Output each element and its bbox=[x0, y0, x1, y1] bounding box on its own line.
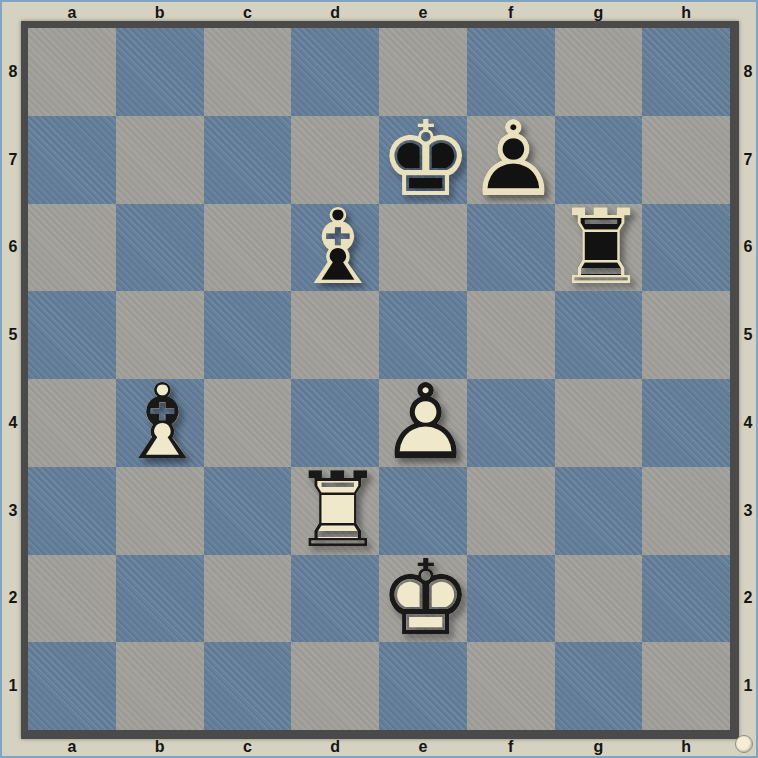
black-king[interactable]: ♚♔ bbox=[379, 116, 467, 204]
rank-labels-left: 87654321 bbox=[4, 28, 22, 730]
pawn-glyph-outline: ♙︎ bbox=[467, 116, 555, 204]
square-b6[interactable] bbox=[116, 204, 204, 292]
white-bishop[interactable]: ♝♗ bbox=[116, 379, 204, 467]
square-a1[interactable] bbox=[28, 642, 116, 730]
rook-glyph-outline: ♖ bbox=[291, 467, 379, 555]
file-label-f: f bbox=[467, 4, 555, 22]
square-f3[interactable] bbox=[467, 467, 555, 555]
file-label-e: e bbox=[379, 738, 467, 756]
square-b1[interactable] bbox=[116, 642, 204, 730]
square-c7[interactable] bbox=[204, 116, 292, 204]
square-e7[interactable]: ♚♔ bbox=[379, 116, 467, 204]
square-g4[interactable] bbox=[555, 379, 643, 467]
square-e1[interactable] bbox=[379, 642, 467, 730]
square-d1[interactable] bbox=[291, 642, 379, 730]
file-label-d: d bbox=[291, 738, 379, 756]
square-f1[interactable] bbox=[467, 642, 555, 730]
square-d6[interactable]: ♝♗ bbox=[291, 204, 379, 292]
square-a6[interactable] bbox=[28, 204, 116, 292]
rank-label-8: 8 bbox=[4, 28, 22, 116]
square-e2[interactable]: ♚♔ bbox=[379, 555, 467, 643]
square-a3[interactable] bbox=[28, 467, 116, 555]
square-b2[interactable] bbox=[116, 555, 204, 643]
file-label-f: f bbox=[467, 738, 555, 756]
rank-label-6: 6 bbox=[739, 204, 757, 292]
rank-label-1: 1 bbox=[4, 642, 22, 730]
square-a2[interactable] bbox=[28, 555, 116, 643]
king-glyph-outline: ♔ bbox=[379, 116, 467, 204]
square-h1[interactable] bbox=[642, 642, 730, 730]
bishop-glyph-outline: ♗ bbox=[291, 204, 379, 292]
rank-labels-right: 87654321 bbox=[739, 28, 757, 730]
square-h4[interactable] bbox=[642, 379, 730, 467]
square-c1[interactable] bbox=[204, 642, 292, 730]
square-f4[interactable] bbox=[467, 379, 555, 467]
square-g8[interactable] bbox=[555, 28, 643, 116]
rank-label-6: 6 bbox=[4, 204, 22, 292]
white-king[interactable]: ♚♔ bbox=[379, 555, 467, 643]
side-to-move-indicator bbox=[735, 735, 753, 753]
rank-label-4: 4 bbox=[4, 379, 22, 467]
square-g3[interactable] bbox=[555, 467, 643, 555]
file-labels-top: abcdefgh bbox=[28, 4, 730, 22]
file-label-d: d bbox=[291, 4, 379, 22]
square-f6[interactable] bbox=[467, 204, 555, 292]
square-h6[interactable] bbox=[642, 204, 730, 292]
square-c3[interactable] bbox=[204, 467, 292, 555]
square-e6[interactable] bbox=[379, 204, 467, 292]
rank-label-2: 2 bbox=[4, 555, 22, 643]
file-label-a: a bbox=[28, 738, 116, 756]
chess-board-widget: abcdefgh abcdefgh 87654321 87654321 ♚♔♟︎… bbox=[0, 0, 758, 758]
square-b7[interactable] bbox=[116, 116, 204, 204]
rank-label-4: 4 bbox=[739, 379, 757, 467]
file-label-g: g bbox=[555, 4, 643, 22]
square-a4[interactable] bbox=[28, 379, 116, 467]
file-labels-bottom: abcdefgh bbox=[28, 738, 730, 756]
square-e4[interactable]: ♟︎♙︎ bbox=[379, 379, 467, 467]
file-label-b: b bbox=[116, 4, 204, 22]
square-b4[interactable]: ♝♗ bbox=[116, 379, 204, 467]
square-c5[interactable] bbox=[204, 291, 292, 379]
square-h2[interactable] bbox=[642, 555, 730, 643]
rank-label-5: 5 bbox=[739, 291, 757, 379]
square-c4[interactable] bbox=[204, 379, 292, 467]
square-b3[interactable] bbox=[116, 467, 204, 555]
rank-label-7: 7 bbox=[4, 116, 22, 204]
square-c6[interactable] bbox=[204, 204, 292, 292]
file-label-c: c bbox=[204, 4, 292, 22]
square-c8[interactable] bbox=[204, 28, 292, 116]
rank-label-7: 7 bbox=[739, 116, 757, 204]
square-g2[interactable] bbox=[555, 555, 643, 643]
black-pawn[interactable]: ♟︎♙︎ bbox=[467, 116, 555, 204]
square-g1[interactable] bbox=[555, 642, 643, 730]
black-rook[interactable]: ♜♖ bbox=[555, 204, 643, 292]
pawn-glyph-outline: ♙︎ bbox=[379, 379, 467, 467]
square-g6[interactable]: ♜♖ bbox=[555, 204, 643, 292]
bishop-glyph-outline: ♗ bbox=[116, 379, 204, 467]
rank-label-2: 2 bbox=[739, 555, 757, 643]
file-label-h: h bbox=[642, 738, 730, 756]
rank-label-3: 3 bbox=[4, 467, 22, 555]
square-c2[interactable] bbox=[204, 555, 292, 643]
square-d8[interactable] bbox=[291, 28, 379, 116]
rook-glyph-outline: ♖ bbox=[555, 204, 643, 292]
white-pawn[interactable]: ♟︎♙︎ bbox=[379, 379, 467, 467]
square-b8[interactable] bbox=[116, 28, 204, 116]
file-label-g: g bbox=[555, 738, 643, 756]
file-label-h: h bbox=[642, 4, 730, 22]
square-d5[interactable] bbox=[291, 291, 379, 379]
square-f7[interactable]: ♟︎♙︎ bbox=[467, 116, 555, 204]
file-label-e: e bbox=[379, 4, 467, 22]
square-a7[interactable] bbox=[28, 116, 116, 204]
square-h3[interactable] bbox=[642, 467, 730, 555]
board-grid: ♚♔♟︎♙︎♝♗♜♖♝♗♟︎♙︎♜♖♚♔ bbox=[28, 28, 730, 730]
rank-label-5: 5 bbox=[4, 291, 22, 379]
square-d2[interactable] bbox=[291, 555, 379, 643]
square-a5[interactable] bbox=[28, 291, 116, 379]
file-label-b: b bbox=[116, 738, 204, 756]
square-g5[interactable] bbox=[555, 291, 643, 379]
file-label-c: c bbox=[204, 738, 292, 756]
king-glyph-outline: ♔ bbox=[379, 555, 467, 643]
square-a8[interactable] bbox=[28, 28, 116, 116]
black-bishop[interactable]: ♝♗ bbox=[291, 204, 379, 292]
rank-label-8: 8 bbox=[739, 28, 757, 116]
square-h7[interactable] bbox=[642, 116, 730, 204]
square-f5[interactable] bbox=[467, 291, 555, 379]
square-f2[interactable] bbox=[467, 555, 555, 643]
rank-label-1: 1 bbox=[739, 642, 757, 730]
square-d3[interactable]: ♜♖ bbox=[291, 467, 379, 555]
file-label-a: a bbox=[28, 4, 116, 22]
white-rook[interactable]: ♜♖ bbox=[291, 467, 379, 555]
square-h5[interactable] bbox=[642, 291, 730, 379]
rank-label-3: 3 bbox=[739, 467, 757, 555]
square-h8[interactable] bbox=[642, 28, 730, 116]
